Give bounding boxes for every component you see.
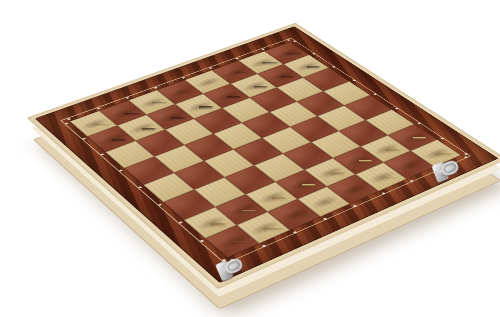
piece-glyph: ♜ [207,195,257,248]
chess-set-product-photo: ♜♞♝♛♚♝♞♜♟♟♟♟♟♟♟♟♟♟♟♟♟♟♟♟♜♞♝♛♚♝♞♜ [0,0,500,317]
chess-board: ♜♞♝♛♚♝♞♜♟♟♟♟♟♟♟♟♟♟♟♟♟♟♟♟♜♞♝♛♚♝♞♜ [35,26,499,283]
piece-glyph: ♟ [93,105,131,145]
